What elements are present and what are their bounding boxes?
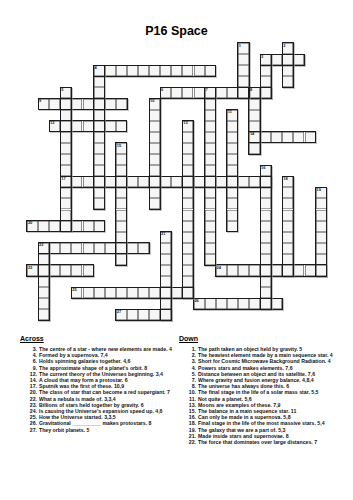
- grid-cell-r20c24[interactable]: [293, 265, 304, 276]
- grid-cell-r9c16[interactable]: [205, 143, 216, 154]
- grid-cell-r9c14[interactable]: [182, 143, 193, 154]
- grid-cell-r18c1[interactable]: [38, 243, 49, 254]
- grid-cell-r21c1[interactable]: [38, 276, 49, 287]
- grid-cell-r22c13[interactable]: [171, 287, 182, 298]
- grid-cell-r11c8[interactable]: [116, 165, 127, 176]
- grid-cell-r18c12[interactable]: [160, 243, 171, 254]
- grid-cell-r0c19[interactable]: [238, 43, 249, 54]
- grid-cell-r10c8[interactable]: [116, 154, 127, 165]
- down-header: Down: [179, 335, 351, 342]
- grid-cell-r9c11[interactable]: [149, 143, 160, 154]
- grid-cell-r11c11[interactable]: [149, 165, 160, 176]
- grid-cell-r22c10[interactable]: [138, 287, 149, 298]
- grid-cell-r2c10[interactable]: [138, 65, 149, 76]
- grid-cell-r7c8[interactable]: [116, 121, 127, 132]
- grid-cell-r5c3[interactable]: [60, 99, 71, 110]
- grid-cell-r22c11[interactable]: [149, 287, 160, 298]
- grid-cell-r12c8[interactable]: [116, 176, 127, 187]
- grid-cell-r7c20[interactable]: [249, 121, 260, 132]
- grid-cell-r19c12[interactable]: [160, 254, 171, 265]
- crossword-grid: 3469121417202223242526271257810111315161…: [27, 43, 327, 321]
- grid-cell-r8c11[interactable]: [149, 132, 160, 143]
- grid-cell-r8c22[interactable]: [271, 132, 282, 143]
- grid-cell-r24c10[interactable]: [138, 309, 149, 320]
- grid-cell-r20c2[interactable]: [49, 265, 60, 276]
- grid-cell-r10c11[interactable]: [149, 154, 160, 165]
- grid-cell-r2c9[interactable]: [127, 65, 138, 76]
- grid-cell-r7c7[interactable]: [105, 121, 116, 132]
- grid-cell-r2c21[interactable]: [260, 65, 271, 76]
- grid-cell-r6c11[interactable]: [149, 110, 160, 121]
- grid-cell-r16c8[interactable]: [116, 221, 127, 232]
- grid-cell-r11c3[interactable]: [60, 165, 71, 176]
- grid-cell-r18c26[interactable]: [316, 243, 327, 254]
- grid-cell-r12c12[interactable]: [160, 176, 171, 187]
- grid-cell-r7c4[interactable]: [71, 121, 82, 132]
- grid-cell-r16c4[interactable]: [71, 221, 82, 232]
- grid-cell-r16c14[interactable]: [182, 221, 193, 232]
- grid-cell-r5c1[interactable]: [38, 99, 49, 110]
- grid-cell-r9c20[interactable]: [249, 143, 260, 154]
- grid-cell-r2c7[interactable]: [105, 65, 116, 76]
- grid-cell-r2c13[interactable]: [171, 65, 182, 76]
- grid-cell-r22c4[interactable]: [71, 287, 82, 298]
- grid-cell-r7c6[interactable]: [94, 121, 105, 132]
- grid-cell-r8c24[interactable]: [293, 132, 304, 143]
- grid-cell-r3c23[interactable]: [282, 76, 293, 87]
- grid-cell-r8c6[interactable]: [94, 132, 105, 143]
- grid-cell-r16c2[interactable]: [49, 221, 60, 232]
- grid-cell-r4c3[interactable]: [60, 87, 71, 98]
- grid-cell-r8c23[interactable]: [282, 132, 293, 143]
- grid-cell-r23c19[interactable]: [238, 298, 249, 309]
- grid-cell-r22c21[interactable]: [260, 287, 271, 298]
- grid-cell-r20c23[interactable]: [282, 265, 293, 276]
- grid-cell-r5c16[interactable]: [205, 99, 216, 110]
- grid-cell-r5c4[interactable]: [71, 99, 82, 110]
- grid-cell-r5c7[interactable]: [105, 99, 116, 110]
- grid-cell-r12c21[interactable]: [260, 176, 271, 187]
- grid-cell-r24c1[interactable]: [38, 309, 49, 320]
- grid-cell-r1c22[interactable]: [271, 54, 282, 65]
- grid-cell-r14c8[interactable]: [116, 198, 127, 209]
- grid-cell-r17c21[interactable]: [260, 232, 271, 243]
- down-clues-column: Down 1.The path taken an object held by …: [179, 335, 351, 445]
- grid-cell-r10c6[interactable]: [94, 154, 105, 165]
- grid-cell-r20c12[interactable]: [160, 265, 171, 276]
- grid-cell-r2c6[interactable]: [94, 65, 105, 76]
- grid-cell-r15c18[interactable]: [227, 210, 238, 221]
- grid-cell-r22c8[interactable]: [116, 287, 127, 298]
- grid-cell-r7c11[interactable]: [149, 121, 160, 132]
- grid-cell-r20c18[interactable]: [227, 265, 238, 276]
- grid-cell-r1c24[interactable]: [293, 54, 304, 65]
- grid-cell-r12c15[interactable]: [194, 176, 205, 187]
- grid-cell-r23c18[interactable]: [227, 298, 238, 309]
- grid-cell-r4c13[interactable]: [171, 87, 182, 98]
- grid-cell-r12c7[interactable]: [105, 176, 116, 187]
- grid-cell-r12c5[interactable]: [83, 176, 94, 187]
- grid-cell-r12c17[interactable]: [216, 176, 227, 187]
- crossword-page: { "game": "crossword", "title": "P16 Spa…: [0, 0, 353, 500]
- grid-cell-r21c12[interactable]: [160, 276, 171, 287]
- grid-cell-r20c14[interactable]: [182, 265, 193, 276]
- grid-cell-r11c16[interactable]: [205, 165, 216, 176]
- grid-cell-r2c16[interactable]: [205, 65, 216, 76]
- grid-cell-r17c26[interactable]: [316, 232, 327, 243]
- across-clue-27: 27.They orbit planets. 5: [20, 427, 178, 433]
- grid-cell-r4c21[interactable]: [260, 87, 271, 98]
- grid-cell-r11c14[interactable]: [182, 165, 193, 176]
- grid-cell-r7c3[interactable]: [60, 121, 71, 132]
- grid-cell-r8c3[interactable]: [60, 132, 71, 143]
- grid-cell-r17c23[interactable]: [282, 232, 293, 243]
- down-clue-number-22: 22.: [179, 439, 196, 445]
- across-clues-column: Across 3.The centre of a star - where ne…: [20, 335, 178, 433]
- grid-cell-r12c6[interactable]: [94, 176, 105, 187]
- grid-cell-r13c11[interactable]: [149, 187, 160, 198]
- grid-cell-r8c21[interactable]: [260, 132, 271, 143]
- grid-cell-r17c8[interactable]: [116, 232, 127, 243]
- grid-cell-r5c2[interactable]: [49, 99, 60, 110]
- grid-cell-r15c23[interactable]: [282, 210, 293, 221]
- grid-cell-r20c26[interactable]: [316, 265, 327, 276]
- grid-cell-r18c10[interactable]: [138, 243, 149, 254]
- grid-cell-r23c16[interactable]: [205, 298, 216, 309]
- grid-cell-r14c14[interactable]: [182, 198, 193, 209]
- grid-cell-r23c20[interactable]: [249, 298, 260, 309]
- grid-cell-r2c15[interactable]: [194, 65, 205, 76]
- grid-cell-r24c9[interactable]: [127, 309, 138, 320]
- grid-cell-r4c19[interactable]: [238, 87, 249, 98]
- grid-cell-r4c17[interactable]: [216, 87, 227, 98]
- grid-cell-r13c26[interactable]: [316, 187, 327, 198]
- grid-cell-r7c16[interactable]: [205, 121, 216, 132]
- grid-cell-r14c3[interactable]: [60, 198, 71, 209]
- grid-cell-r12c18[interactable]: [227, 176, 238, 187]
- grid-cell-r0c23[interactable]: [282, 43, 293, 54]
- grid-cell-r20c22[interactable]: [271, 265, 282, 276]
- grid-cell-r22c6[interactable]: [94, 287, 105, 298]
- grid-cell-r11c6[interactable]: [94, 165, 105, 176]
- grid-cell-r21c14[interactable]: [182, 276, 193, 287]
- grid-cell-r20c4[interactable]: [71, 265, 82, 276]
- down-clue-22: 22.The force that dominates over large d…: [179, 439, 351, 445]
- grid-cell-r19c26[interactable]: [316, 254, 327, 265]
- grid-cell-r14c23[interactable]: [282, 198, 293, 209]
- grid-cell-r13c21[interactable]: [260, 187, 271, 198]
- grid-cell-r13c16[interactable]: [205, 187, 216, 198]
- grid-cell-r18c2[interactable]: [49, 243, 60, 254]
- grid-cell-r2c8[interactable]: [116, 65, 127, 76]
- grid-cell-r18c9[interactable]: [127, 243, 138, 254]
- grid-cell-r12c4[interactable]: [71, 176, 82, 187]
- grid-cell-r20c1[interactable]: [38, 265, 49, 276]
- grid-cell-r18c4[interactable]: [71, 243, 82, 254]
- grid-cell-r2c14[interactable]: [182, 65, 193, 76]
- grid-cell-r15c16[interactable]: [205, 210, 216, 221]
- grid-cell-r7c14[interactable]: [182, 121, 193, 132]
- grid-cell-r8c14[interactable]: [182, 132, 193, 143]
- grid-cell-r12c20[interactable]: [249, 176, 260, 187]
- down-clue-text-22: The force that dominates over large dist…: [198, 439, 317, 445]
- grid-cell-r22c7[interactable]: [105, 287, 116, 298]
- grid-cell-r22c14[interactable]: [182, 287, 193, 298]
- grid-cell-r9c18[interactable]: [227, 143, 238, 154]
- grid-cell-r15c8[interactable]: [116, 210, 127, 221]
- grid-cell-r19c16[interactable]: [205, 254, 216, 265]
- grid-cell-r20c19[interactable]: [238, 265, 249, 276]
- grid-cell-r18c6[interactable]: [94, 243, 105, 254]
- grid-cell-r23c17[interactable]: [216, 298, 227, 309]
- grid-cell-r16c3[interactable]: [60, 221, 71, 232]
- grid-cell-r3c6[interactable]: [94, 76, 105, 87]
- grid-cell-r10c3[interactable]: [60, 154, 71, 165]
- grid-cell-r12c16[interactable]: [205, 176, 216, 187]
- grid-cell-r16c18[interactable]: [227, 221, 238, 232]
- grid-cell-r15c14[interactable]: [182, 210, 193, 221]
- grid-cell-r16c6[interactable]: [94, 221, 105, 232]
- grid-cell-r12c19[interactable]: [238, 176, 249, 187]
- down-clue-list: 1.The path taken an object held by gravi…: [179, 346, 351, 445]
- grid-cell-r14c21[interactable]: [260, 198, 271, 209]
- grid-cell-r10c14[interactable]: [182, 154, 193, 165]
- grid-cell-r9c3[interactable]: [60, 143, 71, 154]
- grid-cell-r20c0[interactable]: [27, 265, 38, 276]
- grid-cell-r16c0[interactable]: [27, 221, 38, 232]
- page-title: P16 Space: [0, 24, 353, 38]
- grid-cell-r12c3[interactable]: [60, 176, 71, 187]
- grid-cell-r19c1[interactable]: [38, 254, 49, 265]
- grid-cell-r10c16[interactable]: [205, 154, 216, 165]
- grid-cell-r8c16[interactable]: [205, 132, 216, 143]
- grid-cell-r11c18[interactable]: [227, 165, 238, 176]
- grid-cell-r22c5[interactable]: [83, 287, 94, 298]
- grid-cell-r16c26[interactable]: [316, 221, 327, 232]
- grid-cell-r1c21[interactable]: [260, 54, 271, 65]
- grid-cell-r14c11[interactable]: [149, 198, 160, 209]
- grid-cell-r14c16[interactable]: [205, 198, 216, 209]
- grid-cell-r8c25[interactable]: [305, 132, 316, 143]
- grid-cell-r24c11[interactable]: [149, 309, 160, 320]
- grid-cell-r4c12[interactable]: [160, 87, 171, 98]
- grid-cell-r19c14[interactable]: [182, 254, 193, 265]
- grid-cell-r16c23[interactable]: [282, 221, 293, 232]
- grid-cell-r13c18[interactable]: [227, 187, 238, 198]
- across-clue-text-27: They orbit planets. 5: [39, 427, 89, 433]
- grid-cell-r20c17[interactable]: [216, 265, 227, 276]
- grid-cell-r16c1[interactable]: [38, 221, 49, 232]
- grid-cell-r14c18[interactable]: [227, 198, 238, 209]
- grid-cell-r13c23[interactable]: [282, 187, 293, 198]
- grid-cell-r18c21[interactable]: [260, 243, 271, 254]
- grid-cell-r18c8[interactable]: [116, 243, 127, 254]
- grid-cell-r3c21[interactable]: [260, 76, 271, 87]
- grid-cell-r24c8[interactable]: [116, 309, 127, 320]
- grid-cell-r4c16[interactable]: [205, 87, 216, 98]
- grid-cell-r2c11[interactable]: [149, 65, 160, 76]
- grid-cell-r5c6[interactable]: [94, 99, 105, 110]
- grid-cell-r2c19[interactable]: [238, 65, 249, 76]
- grid-cell-r8c20[interactable]: [249, 132, 260, 143]
- grid-cell-r18c14[interactable]: [182, 243, 193, 254]
- grid-cell-r19c23[interactable]: [282, 254, 293, 265]
- grid-cell-r17c14[interactable]: [182, 232, 193, 243]
- grid-cell-r7c2[interactable]: [49, 121, 60, 132]
- grid-cell-r2c23[interactable]: [282, 65, 293, 76]
- grid-cell-r18c3[interactable]: [60, 243, 71, 254]
- grid-cell-r22c9[interactable]: [127, 287, 138, 298]
- grid-cell-r4c6[interactable]: [94, 87, 105, 98]
- grid-cell-r23c21[interactable]: [260, 298, 271, 309]
- grid-cell-r15c3[interactable]: [60, 210, 71, 221]
- grid-cell-r13c6[interactable]: [94, 187, 105, 198]
- grid-cell-r6c6[interactable]: [94, 110, 105, 121]
- grid-cell-r16c5[interactable]: [83, 221, 94, 232]
- grid-cell-r8c18[interactable]: [227, 132, 238, 143]
- grid-cell-r18c16[interactable]: [205, 243, 216, 254]
- across-clue-number-27: 27.: [20, 427, 37, 433]
- grid-cell-r14c26[interactable]: [316, 198, 327, 209]
- grid-cell-r12c9[interactable]: [127, 176, 138, 187]
- grid-cell-r23c12[interactable]: [160, 298, 171, 309]
- grid-cell-r1c19[interactable]: [238, 54, 249, 65]
- grid-cell-r5c5[interactable]: [83, 99, 94, 110]
- grid-cell-r4c20[interactable]: [249, 87, 260, 98]
- grid-cell-r19c21[interactable]: [260, 254, 271, 265]
- grid-cell-r9c6[interactable]: [94, 143, 105, 154]
- grid-cell-r4c14[interactable]: [182, 87, 193, 98]
- grid-cell-r6c16[interactable]: [205, 110, 216, 121]
- grid-cell-r23c22[interactable]: [271, 298, 282, 309]
- grid-cell-r7c5[interactable]: [83, 121, 94, 132]
- grid-cell-r23c1[interactable]: [38, 298, 49, 309]
- grid-cell-r20c5[interactable]: [83, 265, 94, 276]
- grid-cell-r13c8[interactable]: [116, 187, 127, 198]
- grid-cell-r7c18[interactable]: [227, 121, 238, 132]
- grid-cell-r4c18[interactable]: [227, 87, 238, 98]
- grid-cell-r15c21[interactable]: [260, 210, 271, 221]
- grid-cell-r15c26[interactable]: [316, 210, 327, 221]
- grid-cell-r12c10[interactable]: [138, 176, 149, 187]
- grid-cell-r18c23[interactable]: [282, 243, 293, 254]
- grid-cell-r20c20[interactable]: [249, 265, 260, 276]
- grid-cell-r22c12[interactable]: [160, 287, 171, 298]
- grid-cell-r18c5[interactable]: [83, 243, 94, 254]
- grid-cell-r3c19[interactable]: [238, 76, 249, 87]
- grid-cell-r6c18[interactable]: [227, 110, 238, 121]
- grid-cell-r20c25[interactable]: [305, 265, 316, 276]
- grid-cell-r18c7[interactable]: [105, 243, 116, 254]
- grid-cell-r13c14[interactable]: [182, 187, 193, 198]
- across-header: Across: [20, 335, 178, 342]
- grid-cell-r17c16[interactable]: [205, 232, 216, 243]
- grid-cell-r24c12[interactable]: [160, 309, 171, 320]
- grid-cell-r17c12[interactable]: [160, 232, 171, 243]
- grid-cell-r10c18[interactable]: [227, 154, 238, 165]
- grid-cell-r6c3[interactable]: [60, 110, 71, 121]
- grid-cell-r16c16[interactable]: [205, 221, 216, 232]
- grid-cell-r20c21[interactable]: [260, 265, 271, 276]
- grid-cell-r12c13[interactable]: [171, 176, 182, 187]
- grid-cell-r22c1[interactable]: [38, 287, 49, 298]
- grid-cell-r5c20[interactable]: [249, 99, 260, 110]
- grid-cell-r4c15[interactable]: [194, 87, 205, 98]
- grid-cell-r14c6[interactable]: [94, 198, 105, 209]
- grid-cell-r2c12[interactable]: [160, 65, 171, 76]
- grid-cell-r20c3[interactable]: [60, 265, 71, 276]
- grid-cell-r12c11[interactable]: [149, 176, 160, 187]
- grid-cell-r1c23[interactable]: [282, 54, 293, 65]
- grid-cell-r6c20[interactable]: [249, 110, 260, 121]
- grid-cell-r23c15[interactable]: [194, 298, 205, 309]
- grid-cell-r19c8[interactable]: [116, 254, 127, 265]
- grid-cell-r5c8[interactable]: [116, 99, 127, 110]
- grid-cell-r16c21[interactable]: [260, 221, 271, 232]
- grid-cell-r11c21[interactable]: [260, 165, 271, 176]
- grid-cell-r12c14[interactable]: [182, 176, 193, 187]
- grid-cell-r21c21[interactable]: [260, 276, 271, 287]
- grid-cell-r13c3[interactable]: [60, 187, 71, 198]
- grid-cell-r12c23[interactable]: [282, 176, 293, 187]
- grid-cell-r5c11[interactable]: [149, 99, 160, 110]
- grid-cell-r9c8[interactable]: [116, 143, 127, 154]
- across-clue-list: 3.The centre of a star - where new eleme…: [20, 346, 178, 433]
